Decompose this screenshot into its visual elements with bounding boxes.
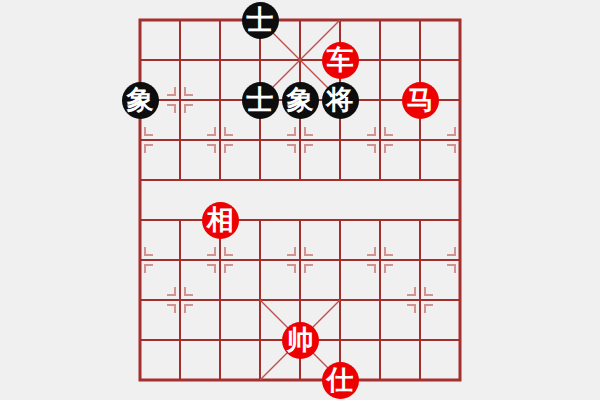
piece-glyph: 仕: [322, 362, 359, 399]
piece-glyph: 将: [322, 82, 359, 119]
black-elephant-1[interactable]: 象: [120, 80, 160, 120]
red-elephant[interactable]: 相: [200, 200, 240, 240]
red-chariot[interactable]: 车: [320, 40, 360, 80]
black-advisor-2[interactable]: 士: [240, 80, 280, 120]
piece-glyph: 士: [242, 2, 279, 39]
piece-glyph: 相: [202, 202, 239, 239]
piece-glyph: 象: [282, 82, 319, 119]
black-advisor-1[interactable]: 士: [240, 0, 280, 40]
red-advisor[interactable]: 仕: [320, 360, 360, 400]
piece-glyph: 车: [322, 42, 359, 79]
piece-glyph: 帅: [282, 322, 319, 359]
red-general[interactable]: 帅: [280, 320, 320, 360]
xiangqi-board: 士车象士象将马相帅仕: [0, 0, 600, 400]
piece-glyph: 象: [122, 82, 159, 119]
piece-glyph: 马: [402, 82, 439, 119]
piece-glyph: 士: [242, 82, 279, 119]
black-elephant-2[interactable]: 象: [280, 80, 320, 120]
piece-grid: 士车象士象将马相帅仕: [120, 0, 480, 400]
black-general[interactable]: 将: [320, 80, 360, 120]
red-horse[interactable]: 马: [400, 80, 440, 120]
